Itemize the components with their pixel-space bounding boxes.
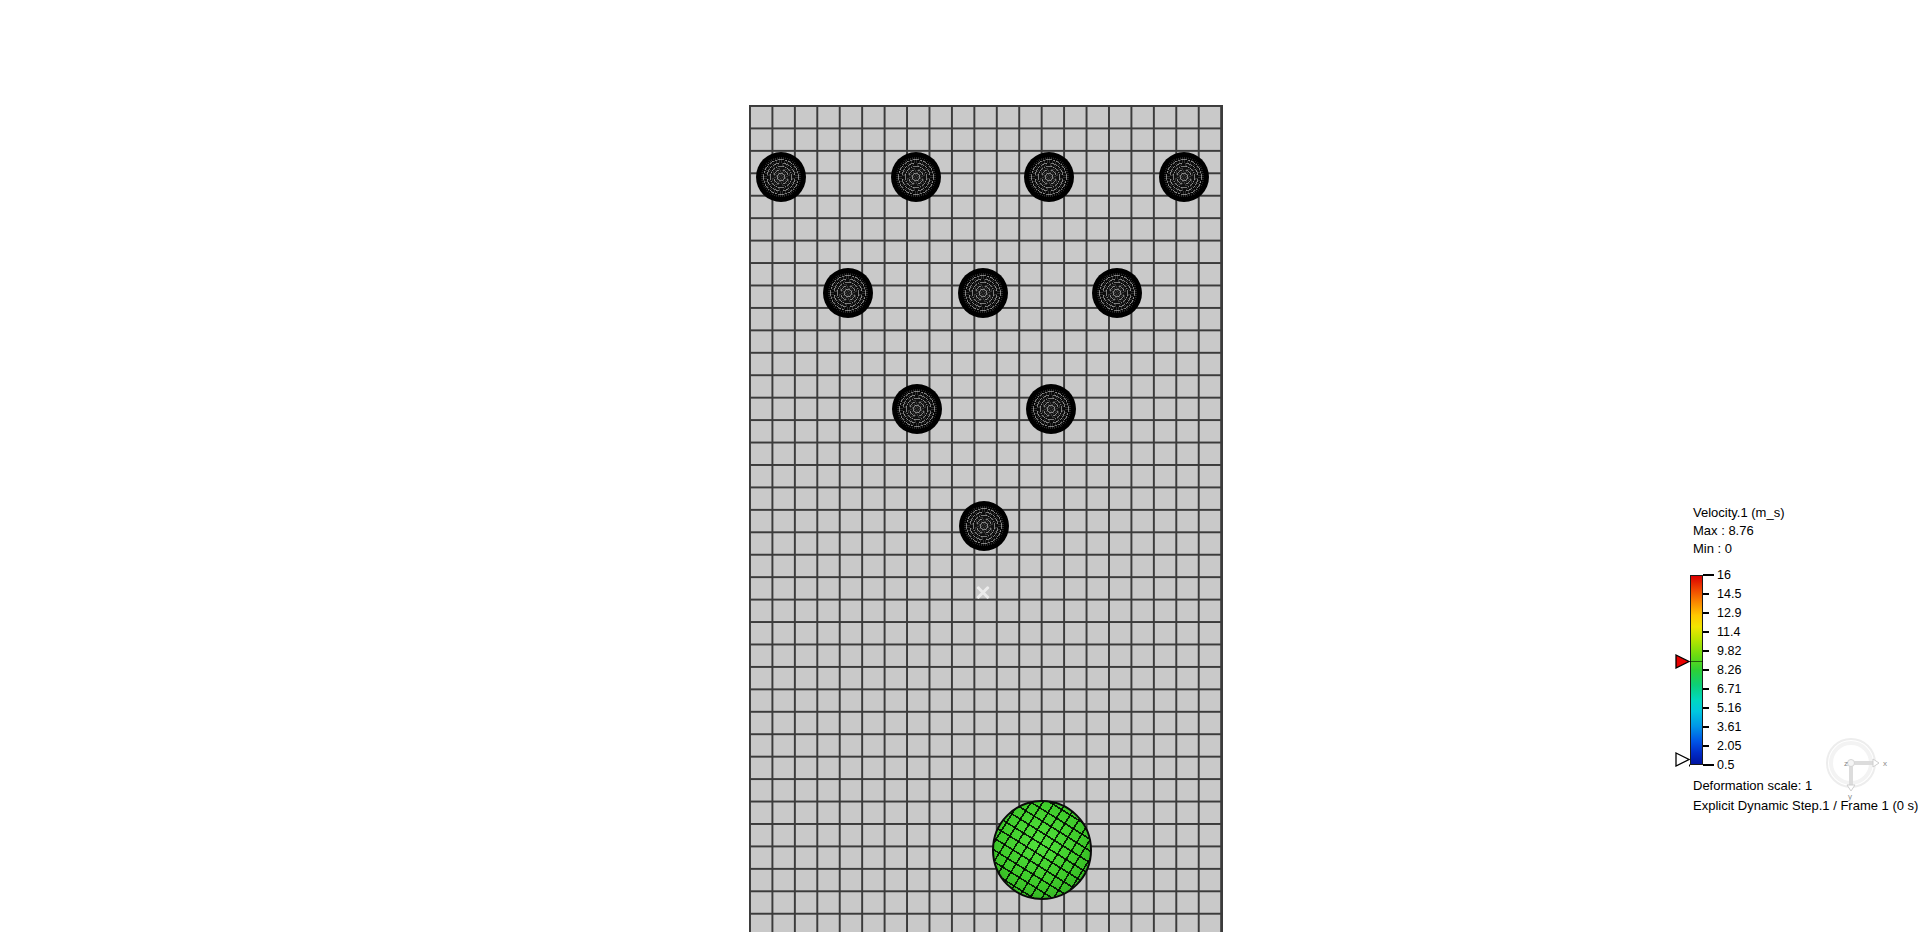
bowling-pin-4[interactable] — [823, 268, 873, 318]
bowling-pin-10[interactable] — [1159, 152, 1209, 202]
colorbar-tick-label: 3.61 — [1717, 719, 1741, 735]
bowling-pin-5[interactable] — [958, 268, 1008, 318]
colorbar-tick — [1703, 688, 1709, 690]
bowling-pin-2[interactable] — [892, 384, 942, 434]
bowling-pin-9[interactable] — [1024, 152, 1074, 202]
colorbar-tick — [1703, 650, 1709, 652]
bowling-pin-1[interactable] — [959, 501, 1009, 551]
reference-cross-marker — [975, 584, 991, 600]
bowling-pin-6[interactable] — [1092, 268, 1142, 318]
colorbar-tick-label: 16 — [1717, 567, 1731, 583]
colorbar-tick — [1703, 764, 1714, 766]
colorbar-tick-label: 12.9 — [1717, 605, 1741, 621]
colorbar-tick — [1703, 631, 1709, 633]
bowling-pin-8[interactable] — [891, 152, 941, 202]
legend-min-value: Min : 0 — [1693, 541, 1732, 557]
bowling-ball[interactable] — [992, 800, 1092, 900]
colorbar-tick-label: 0.5 — [1717, 757, 1734, 773]
colorbar-tick — [1703, 726, 1709, 728]
colorbar-tick-label: 8.26 — [1717, 662, 1741, 678]
colorbar-tick-label: 9.82 — [1717, 643, 1741, 659]
colorbar-tick — [1703, 669, 1709, 671]
max-spectrum-marker-icon[interactable] — [1675, 654, 1690, 669]
bowling-pin-3[interactable] — [1026, 384, 1076, 434]
deformation-scale-label: Deformation scale: 1 — [1693, 778, 1812, 794]
triad-y-label: y — [1848, 792, 1852, 801]
view-axes-triad-icon[interactable]: z x y — [1820, 732, 1890, 802]
simulation-viewport[interactable] — [0, 0, 1920, 932]
colorbar-tick — [1703, 745, 1709, 747]
triad-z-label: z — [1844, 759, 1848, 768]
max-value-line — [1690, 661, 1703, 662]
velocity-colorbar[interactable] — [1690, 575, 1703, 765]
colorbar-tick — [1703, 612, 1709, 614]
colorbar-tick-label: 2.05 — [1717, 738, 1741, 754]
colorbar-tick-label: 6.71 — [1717, 681, 1741, 697]
triad-x-label: x — [1883, 759, 1887, 768]
colorbar-tick-label: 14.5 — [1717, 586, 1741, 602]
colorbar-tick — [1703, 574, 1714, 576]
bowling-pin-7[interactable] — [756, 152, 806, 202]
legend-max-value: Max : 8.76 — [1693, 523, 1754, 539]
legend-title: Velocity.1 (m_s) — [1693, 505, 1785, 521]
min-spectrum-marker-icon[interactable] — [1675, 752, 1690, 767]
colorbar-tick — [1703, 593, 1709, 595]
colorbar-tick-label: 11.4 — [1717, 624, 1740, 640]
colorbar-tick-label: 5.16 — [1717, 700, 1741, 716]
colorbar-tick — [1703, 707, 1709, 709]
